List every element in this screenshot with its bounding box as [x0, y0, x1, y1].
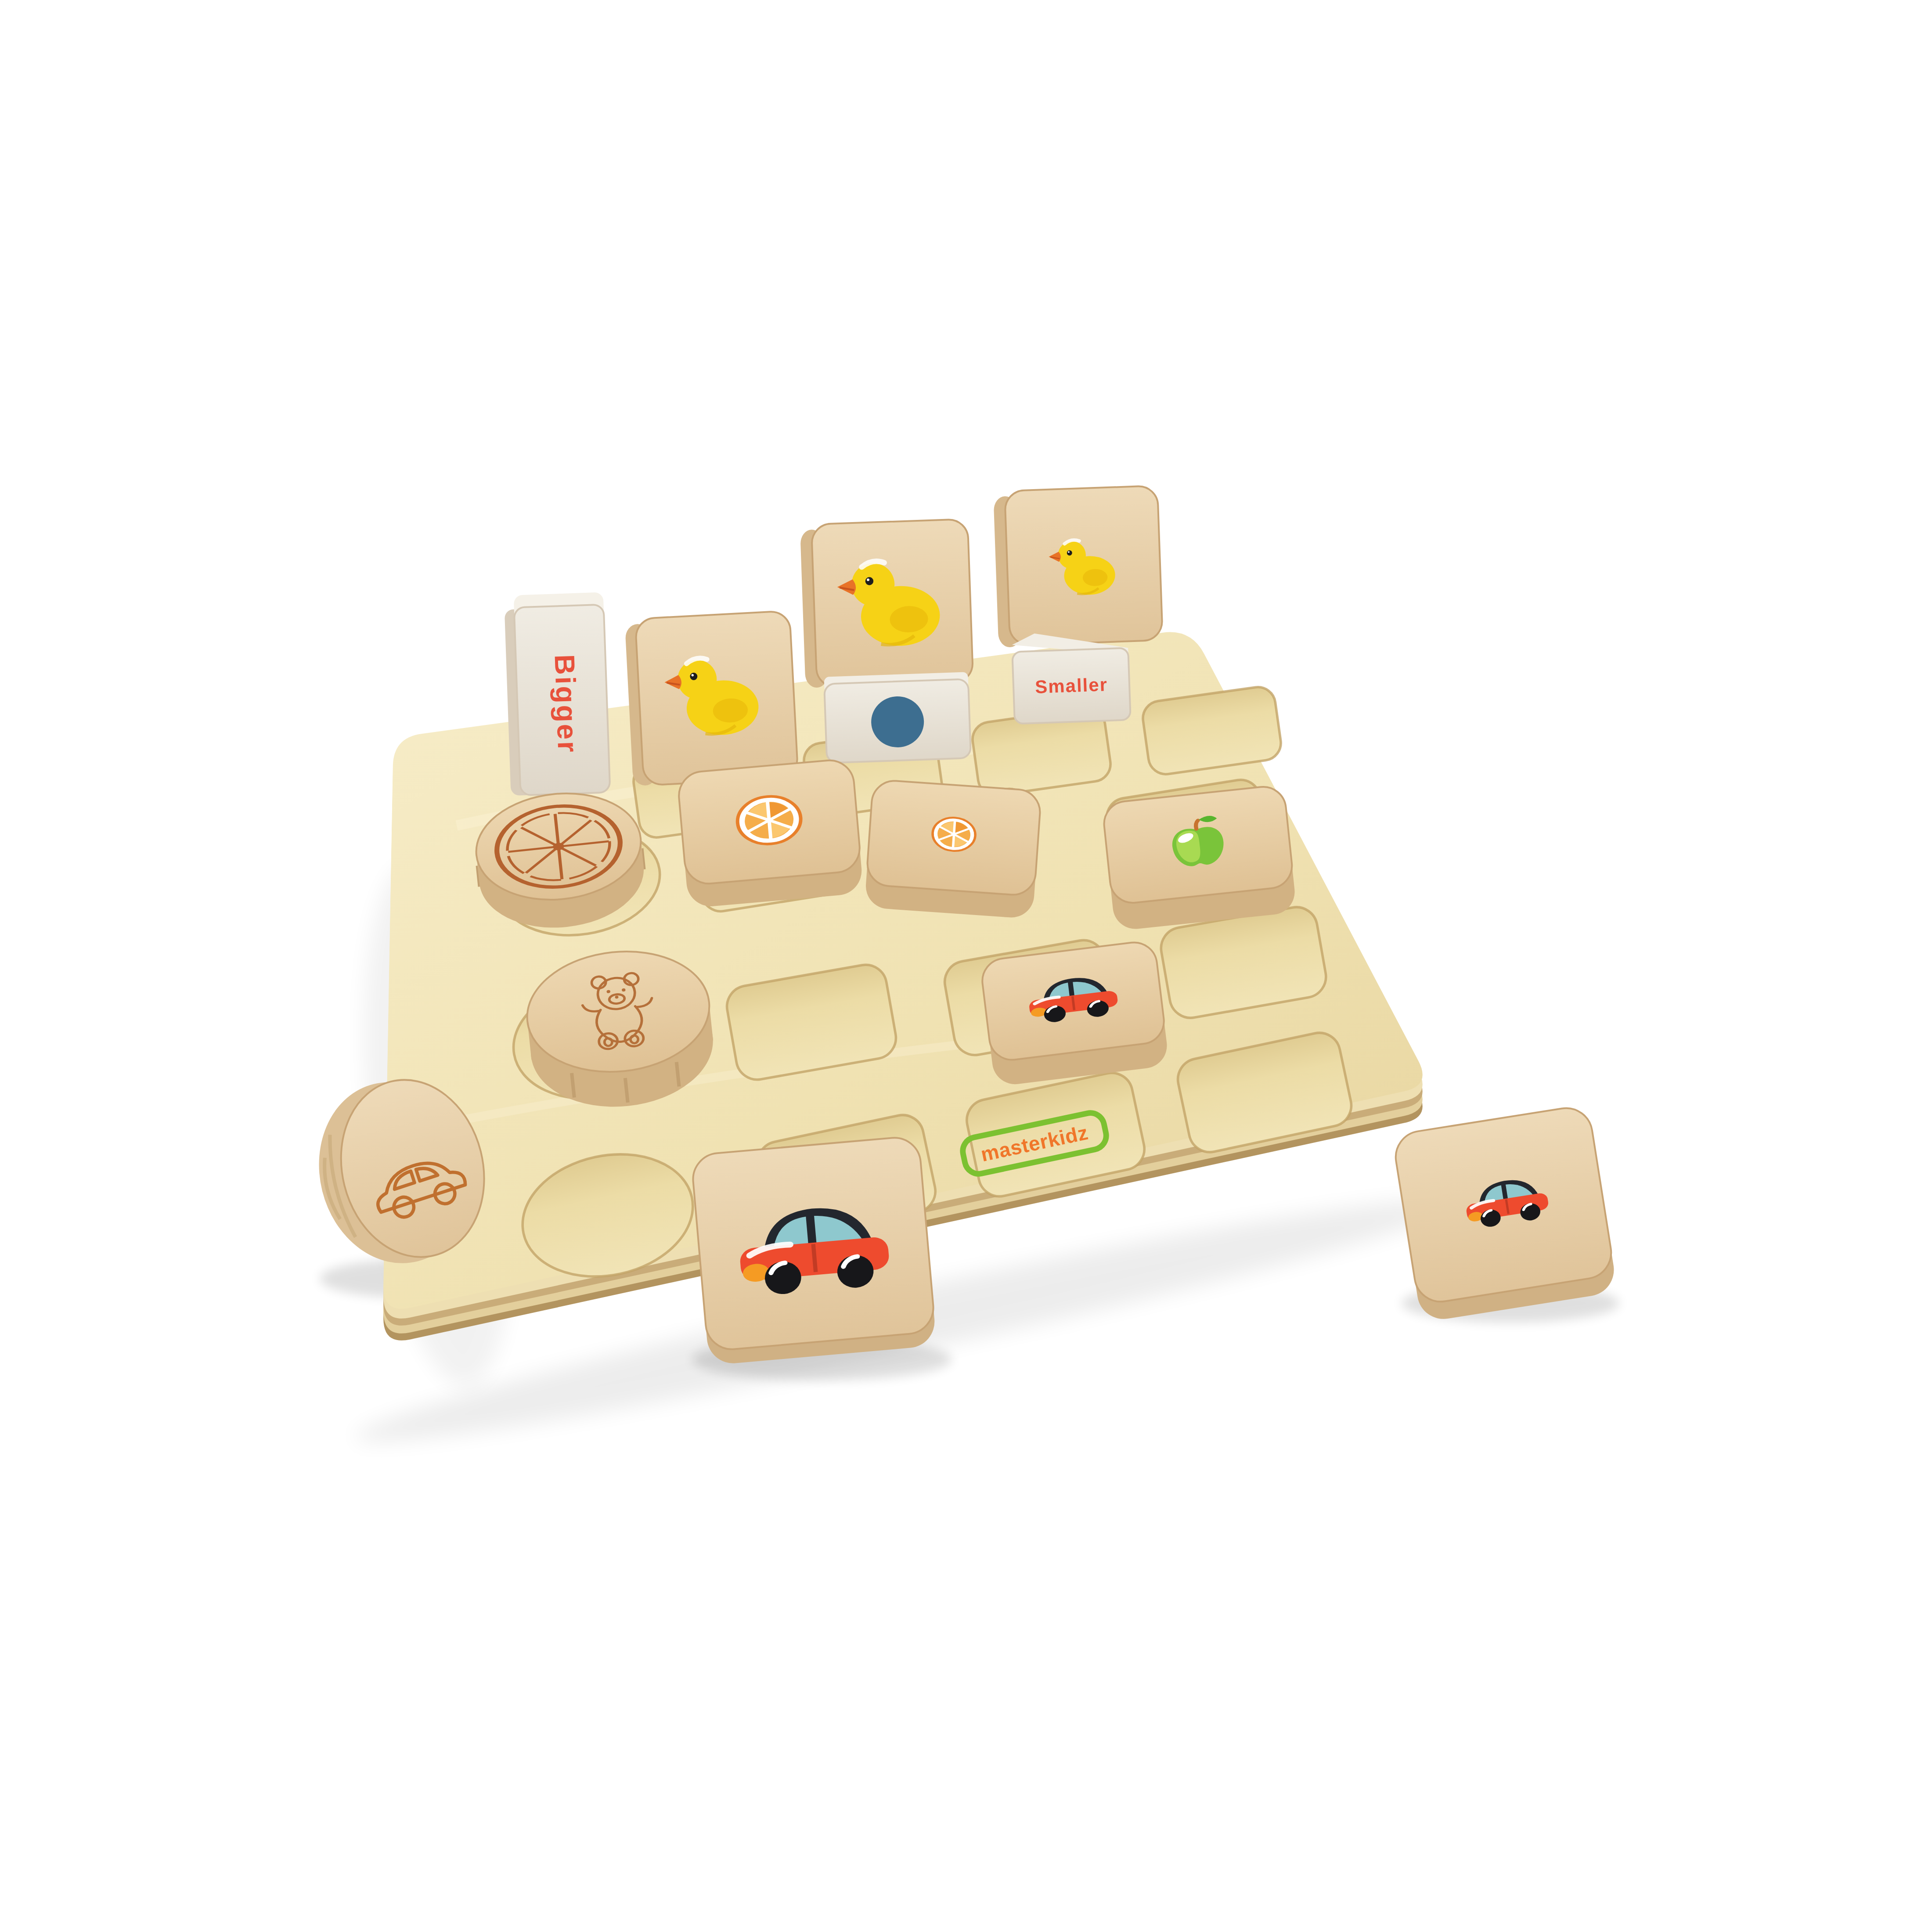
orange-slice-tile-small[interactable] — [864, 779, 1041, 919]
apple-tile[interactable] — [1102, 785, 1297, 931]
duck-tile-medium-standing[interactable] — [624, 611, 798, 786]
car-tile-medium[interactable] — [980, 940, 1169, 1087]
bigger-label-block[interactable]: Bigger — [504, 592, 610, 796]
car-tile-small[interactable] — [1392, 1104, 1618, 1323]
car-tile-large[interactable] — [691, 1135, 937, 1365]
blue-dot-block[interactable] — [824, 672, 971, 763]
duck-tile-large[interactable] — [800, 519, 973, 688]
product-photo-canvas: Bigger Smaller — [0, 0, 1932, 1932]
smaller-label: Smaller — [1034, 674, 1108, 697]
bigger-label: Bigger — [549, 654, 584, 754]
duck-tile-small[interactable] — [993, 486, 1163, 648]
orange-slice-tile-medium[interactable] — [677, 758, 864, 908]
